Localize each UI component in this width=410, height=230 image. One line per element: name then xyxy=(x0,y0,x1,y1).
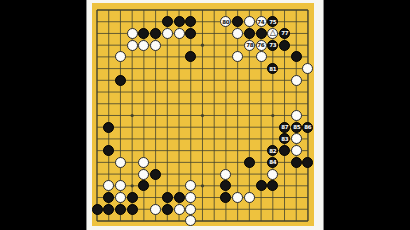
stone-black xyxy=(162,204,173,215)
stone-white xyxy=(185,204,196,215)
stone-black xyxy=(115,75,126,86)
move-number: 75 xyxy=(269,19,276,25)
stone-white xyxy=(150,204,161,215)
stone-black xyxy=(279,40,290,51)
move-number: 81 xyxy=(269,66,276,72)
move-number: 87 xyxy=(281,124,288,130)
move-number: 80 xyxy=(223,19,230,25)
stone-white xyxy=(291,145,302,156)
stone-white xyxy=(138,169,149,180)
stone-black xyxy=(256,180,267,191)
stone-black xyxy=(103,204,114,215)
stone-white-move-76: 76 xyxy=(256,40,267,51)
star-point xyxy=(131,114,134,117)
stone-white xyxy=(127,28,138,39)
star-point xyxy=(131,184,134,187)
stone-white xyxy=(115,157,126,168)
stone-black-move-87: 87 xyxy=(279,122,290,133)
move-number: 83 xyxy=(281,136,288,142)
stone-white xyxy=(115,192,126,203)
stone-white xyxy=(232,28,243,39)
stone-black xyxy=(162,16,173,27)
stone-white xyxy=(267,169,278,180)
move-number: 74 xyxy=(258,19,265,25)
stone-black-move-85: 85 xyxy=(291,122,302,133)
stone-white xyxy=(162,28,173,39)
move-number: 73 xyxy=(269,42,276,48)
stone-black xyxy=(162,192,173,203)
move-number: 86 xyxy=(305,124,312,130)
move-number: 76 xyxy=(258,42,265,48)
stone-black xyxy=(244,28,255,39)
stone-black xyxy=(150,169,161,180)
stone-black xyxy=(103,122,114,133)
go-board[interactable]: 807475△7778767381878586838284 xyxy=(92,3,314,226)
move-number: 82 xyxy=(269,148,276,154)
stone-white xyxy=(291,75,302,86)
stone-white xyxy=(244,16,255,27)
stone-black xyxy=(115,204,126,215)
diagram-page: 807475△7778767381878586838284 xyxy=(86,0,324,230)
stone-black-move-77: 77 xyxy=(279,28,290,39)
stone-white xyxy=(291,110,302,121)
stone-white xyxy=(127,40,138,51)
stone-white-move-74: 74 xyxy=(256,16,267,27)
stone-black-move-73: 73 xyxy=(267,40,278,51)
star-point xyxy=(271,114,274,117)
stone-black xyxy=(174,16,185,27)
move-number: 78 xyxy=(246,42,253,48)
stone-white xyxy=(220,169,231,180)
stone-white xyxy=(150,40,161,51)
stone-black xyxy=(127,192,138,203)
screenshot-root: { "game": "go", "board": { "size": 19, "… xyxy=(0,0,410,230)
triangle-mark: △ xyxy=(270,29,276,37)
stone-white xyxy=(138,40,149,51)
stone-black xyxy=(174,192,185,203)
stone-black xyxy=(150,28,161,39)
star-point xyxy=(201,184,204,187)
stone-white xyxy=(244,192,255,203)
stone-black xyxy=(256,28,267,39)
stone-black xyxy=(244,157,255,168)
stone-white xyxy=(174,204,185,215)
stone-white-move-78: 78 xyxy=(244,40,255,51)
stone-black xyxy=(92,204,103,215)
star-point xyxy=(201,44,204,47)
star-point xyxy=(201,114,204,117)
move-number: 77 xyxy=(281,31,288,37)
stone-white xyxy=(256,51,267,62)
move-number: 85 xyxy=(293,124,300,130)
move-number: 84 xyxy=(269,160,276,166)
stone-white xyxy=(174,28,185,39)
stone-black xyxy=(127,204,138,215)
stone-black xyxy=(291,157,302,168)
